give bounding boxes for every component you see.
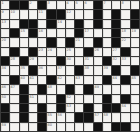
cell-r7c15[interactable]: [131, 57, 140, 66]
cell-r8c11[interactable]: [94, 66, 103, 75]
clue-number: 44: [112, 76, 117, 80]
clue-number: 46: [1, 85, 6, 89]
clue-number: 5: [75, 1, 78, 5]
cell-r7c13[interactable]: 32: [112, 57, 121, 66]
cell-r7c9[interactable]: [75, 57, 84, 66]
cell-r12c9[interactable]: [75, 104, 84, 113]
clue-number: 38: [84, 66, 89, 70]
crossword-puzzle: 1234567891011121314151617181920212223242…: [0, 0, 140, 132]
block-r13c10: [84, 113, 93, 122]
cell-r11c2[interactable]: [10, 95, 19, 104]
cell-r4c11[interactable]: [94, 29, 103, 38]
cell-r14c2[interactable]: [10, 123, 19, 132]
clue-number: 50: [1, 95, 6, 99]
cell-r13c12[interactable]: 58: [103, 113, 112, 122]
cell-r7c2[interactable]: 28: [10, 57, 19, 66]
cell-r9c7[interactable]: 42: [57, 76, 66, 85]
cell-r12c6[interactable]: [47, 104, 56, 113]
cell-r14c15[interactable]: [131, 123, 140, 132]
cell-r9c10[interactable]: [84, 76, 93, 85]
cell-r2c4[interactable]: [29, 10, 38, 19]
cell-r11c6[interactable]: [47, 95, 56, 104]
cell-r7c6[interactable]: [47, 57, 56, 66]
cell-r3c2[interactable]: [10, 20, 19, 29]
block-r5c8: [66, 38, 75, 47]
cell-r5c4[interactable]: [29, 38, 38, 47]
cell-r13c4[interactable]: [29, 113, 38, 122]
block-r14c14: [121, 123, 130, 132]
cell-r2c1[interactable]: 9: [1, 10, 10, 19]
cell-r12c15[interactable]: [131, 104, 140, 113]
block-r8c9: [75, 66, 84, 75]
block-r7c3: [20, 57, 29, 66]
cell-r11c15[interactable]: [131, 95, 140, 104]
cell-r1c10[interactable]: 6: [84, 1, 93, 10]
cell-r11c5[interactable]: [38, 95, 47, 104]
block-r14c5: [38, 123, 47, 132]
clue-number: 6: [84, 1, 87, 5]
cell-r9c9[interactable]: 43: [75, 76, 84, 85]
block-r12c12: [103, 104, 112, 113]
cell-r12c4[interactable]: [29, 104, 38, 113]
cell-r1c15[interactable]: [131, 1, 140, 10]
cell-r3c14[interactable]: [121, 20, 130, 29]
cell-r3c8[interactable]: [66, 20, 75, 29]
clue-number: 52: [66, 95, 71, 99]
cell-r1c4[interactable]: 2: [29, 1, 38, 10]
clue-number: 55: [47, 113, 52, 117]
cell-r10c7[interactable]: [57, 85, 66, 94]
cell-r4c3[interactable]: 15: [20, 29, 29, 38]
block-r11c3: [20, 95, 29, 104]
cell-r6c13[interactable]: 27: [112, 48, 121, 57]
cell-r1c14[interactable]: 8: [121, 1, 130, 10]
clue-number: 34: [1, 66, 6, 70]
block-r14c13: [112, 123, 121, 132]
cell-r10c11[interactable]: 49: [94, 85, 103, 94]
clue-number: 30: [66, 57, 71, 61]
cell-r14c12[interactable]: [103, 123, 112, 132]
cell-r10c12[interactable]: [103, 85, 112, 94]
cell-r13c15[interactable]: [131, 113, 140, 122]
clue-number: 19: [131, 29, 136, 33]
clue-number: 37: [57, 66, 62, 70]
block-r7c7: [57, 57, 66, 66]
cell-r12c2[interactable]: [10, 104, 19, 113]
block-r8c15: [131, 66, 140, 75]
block-r12c3: [20, 104, 29, 113]
clue-number: 28: [10, 57, 15, 61]
cell-r9c3[interactable]: 40: [20, 76, 29, 85]
block-r4c13: [112, 29, 121, 38]
clue-number: 23: [38, 48, 43, 52]
cell-r1c12[interactable]: 7: [103, 1, 112, 10]
block-r6c14: [121, 48, 130, 57]
cell-r8c6[interactable]: [47, 66, 56, 75]
cell-r5c9[interactable]: 21: [75, 38, 84, 47]
clue-number: 3: [47, 1, 50, 5]
cell-r7c4[interactable]: 29: [29, 57, 38, 66]
cell-r14c3[interactable]: [20, 123, 29, 132]
cell-r7c11[interactable]: [94, 57, 103, 66]
cell-r10c14[interactable]: [121, 85, 130, 94]
block-r6c10: [84, 48, 93, 57]
cell-r4c14[interactable]: 18: [121, 29, 130, 38]
cell-r9c15[interactable]: 45: [131, 76, 140, 85]
block-r3c13: [112, 20, 121, 29]
clue-number: 47: [10, 85, 15, 89]
clue-number: 60: [47, 123, 52, 127]
cell-r4c12[interactable]: [103, 29, 112, 38]
cell-r6c7[interactable]: [57, 48, 66, 57]
block-r3c4: [29, 20, 38, 29]
cell-r1c13[interactable]: [112, 1, 121, 10]
cell-r8c1[interactable]: 34: [1, 66, 10, 75]
clue-number: 26: [94, 48, 99, 52]
clue-number: 53: [66, 104, 71, 108]
cell-r7c14[interactable]: 33: [121, 57, 130, 66]
block-r11c14: [121, 95, 130, 104]
clue-number: 21: [75, 38, 80, 42]
clue-number: 43: [75, 76, 80, 80]
block-r4c2: [10, 29, 19, 38]
cell-r5c1[interactable]: 20: [1, 38, 10, 47]
block-r5c11: [94, 38, 103, 47]
cell-r2c8[interactable]: 12: [66, 10, 75, 19]
cell-r5c2[interactable]: [10, 38, 19, 47]
cell-r14c10[interactable]: [84, 123, 93, 132]
cell-r7c5[interactable]: [38, 57, 47, 66]
cell-r11c4[interactable]: 51: [29, 95, 38, 104]
cell-r6c12[interactable]: [103, 48, 112, 57]
cell-r9c11[interactable]: [94, 76, 103, 85]
cell-r4c15[interactable]: 19: [131, 29, 140, 38]
cell-r1c1[interactable]: 1: [1, 1, 10, 10]
cell-r6c5[interactable]: 23: [38, 48, 47, 57]
cell-r1c6[interactable]: 3: [47, 1, 56, 10]
block-r3c11: [94, 20, 103, 29]
cell-r4c1[interactable]: [1, 29, 10, 38]
cell-r9c5[interactable]: [38, 76, 47, 85]
clue-number: 15: [20, 29, 25, 33]
cell-r6c1[interactable]: [1, 48, 10, 57]
cell-r2c5[interactable]: 11: [38, 10, 47, 19]
block-r10c10: [84, 85, 93, 94]
block-r3c3: [20, 20, 29, 29]
cell-r14c9[interactable]: [75, 123, 84, 132]
cell-r4c7[interactable]: [57, 29, 66, 38]
cell-r11c13[interactable]: [112, 95, 121, 104]
clue-number: 4: [66, 1, 69, 5]
cell-r8c7[interactable]: 37: [57, 66, 66, 75]
cell-r11c10[interactable]: [84, 95, 93, 104]
clue-number: 32: [112, 57, 117, 61]
cell-r5c3[interactable]: [20, 38, 29, 47]
cell-r14c7[interactable]: [57, 123, 66, 132]
cell-r12c11[interactable]: [94, 104, 103, 113]
cell-r11c9[interactable]: [75, 95, 84, 104]
cell-r4c10[interactable]: 17: [84, 29, 93, 38]
cell-r11c11[interactable]: [94, 95, 103, 104]
clue-number: 14: [57, 20, 62, 24]
block-r14c11: [94, 123, 103, 132]
cell-r10c1[interactable]: 46: [1, 85, 10, 94]
block-r7c1: [1, 57, 10, 66]
block-r2c15: [131, 10, 140, 19]
block-r6c2: [10, 48, 19, 57]
clue-number: 7: [103, 1, 106, 5]
cell-r10c13[interactable]: [112, 85, 121, 94]
cell-r2c12[interactable]: [103, 10, 112, 19]
block-r4c4: [29, 29, 38, 38]
block-r13c1: [1, 113, 10, 122]
cell-r13c8[interactable]: [66, 113, 75, 122]
cell-r13c13[interactable]: [112, 113, 121, 122]
cell-r8c5[interactable]: 36: [38, 66, 47, 75]
clue-number: 45: [131, 76, 136, 80]
cell-r1c8[interactable]: 4: [66, 1, 75, 10]
cell-r10c4[interactable]: [29, 85, 38, 94]
block-r3c9: [75, 20, 84, 29]
clue-number: 41: [29, 76, 34, 80]
cell-r1c9[interactable]: 5: [75, 1, 84, 10]
clue-number: 12: [66, 10, 71, 14]
clue-number: 59: [1, 123, 6, 127]
cell-r4c5[interactable]: 16: [38, 29, 47, 38]
cell-r6c3[interactable]: [20, 48, 29, 57]
block-r6c4: [29, 48, 38, 57]
cell-r5c15[interactable]: [131, 38, 140, 47]
clue-number: 42: [57, 76, 62, 80]
block-r2c11: [94, 10, 103, 19]
cell-r9c1[interactable]: [1, 76, 10, 85]
cell-r5c12[interactable]: [103, 38, 112, 47]
clue-number: 51: [29, 95, 34, 99]
block-r9c2: [10, 76, 19, 85]
cell-r3c5[interactable]: [38, 20, 47, 29]
cell-r13c6[interactable]: 55: [47, 113, 56, 122]
block-r5c13: [112, 38, 121, 47]
cell-r6c9[interactable]: [75, 48, 84, 57]
cell-r3c12[interactable]: [103, 20, 112, 29]
clue-number: 25: [66, 48, 71, 52]
cell-r13c14[interactable]: [121, 113, 130, 122]
clue-number: 48: [47, 85, 52, 89]
block-r12c7: [57, 104, 66, 113]
block-r9c6: [47, 76, 56, 85]
cell-r14c6[interactable]: 60: [47, 123, 56, 132]
cell-r6c8[interactable]: 25: [66, 48, 75, 57]
block-r4c9: [75, 29, 84, 38]
cell-r9c8[interactable]: [66, 76, 75, 85]
block-r12c10: [84, 104, 93, 113]
block-r5c6: [47, 38, 56, 47]
block-r13c3: [20, 113, 29, 122]
clue-number: 2: [29, 1, 32, 5]
cell-r2c14[interactable]: [121, 10, 130, 19]
cell-r11c1[interactable]: 50: [1, 95, 10, 104]
cell-r8c2[interactable]: [10, 66, 19, 75]
cell-r4c6[interactable]: [47, 29, 56, 38]
block-r8c13: [112, 66, 121, 75]
block-r1c5: [38, 1, 47, 10]
clue-number: 54: [121, 104, 126, 108]
clue-number: 24: [47, 48, 52, 52]
clue-number: 1: [1, 1, 4, 5]
cell-r9c4[interactable]: 41: [29, 76, 38, 85]
clue-number: 13: [1, 20, 6, 24]
block-r1c3: [20, 1, 29, 10]
cell-r12c14[interactable]: 54: [121, 104, 130, 113]
block-r12c1: [1, 104, 10, 113]
cell-r8c14[interactable]: [121, 66, 130, 75]
block-r7c12: [103, 57, 112, 66]
block-r13c5: [38, 113, 47, 122]
cell-r2c9[interactable]: [75, 10, 84, 19]
cell-r8c3[interactable]: 35: [20, 66, 29, 75]
cell-r3c7[interactable]: 14: [57, 20, 66, 29]
block-r2c13: [112, 10, 121, 19]
cell-r10c6[interactable]: 48: [47, 85, 56, 94]
cell-r14c8[interactable]: [66, 123, 75, 132]
cell-r8c10[interactable]: 38: [84, 66, 93, 75]
clue-number: 33: [121, 57, 126, 61]
cell-r3c10[interactable]: [84, 20, 93, 29]
crossword-grid: 1234567891011121314151617181920212223242…: [0, 0, 140, 132]
clue-number: 22: [121, 38, 126, 42]
block-r12c13: [112, 104, 121, 113]
cell-r14c4[interactable]: [29, 123, 38, 132]
cell-r9c13[interactable]: 44: [112, 76, 121, 85]
block-r10c3: [20, 85, 29, 94]
cell-r10c15[interactable]: [131, 85, 140, 94]
block-r2c6: [47, 10, 56, 19]
cell-r8c12[interactable]: 39: [103, 66, 112, 75]
clue-number: 35: [20, 66, 25, 70]
cell-r13c11[interactable]: 57: [94, 113, 103, 122]
clue-number: 49: [94, 85, 99, 89]
cell-r14c1[interactable]: 59: [1, 123, 10, 132]
block-r3c15: [131, 20, 140, 29]
cell-r4c8[interactable]: [66, 29, 75, 38]
cell-r5c7[interactable]: [57, 38, 66, 47]
clue-number: 18: [121, 29, 126, 33]
cell-r2c3[interactable]: [20, 10, 29, 19]
block-r2c7: [57, 10, 66, 19]
block-r1c11: [94, 1, 103, 10]
cell-r12c8[interactable]: 53: [66, 104, 75, 113]
cell-r10c9[interactable]: [75, 85, 84, 94]
cell-r6c6[interactable]: 24: [47, 48, 56, 57]
clue-number: 39: [103, 66, 108, 70]
cell-r6c15[interactable]: [131, 48, 140, 57]
cell-r8c8[interactable]: [66, 66, 75, 75]
cell-r11c8[interactable]: 52: [66, 95, 75, 104]
clue-number: 20: [1, 38, 6, 42]
block-r3c6: [47, 20, 56, 29]
clue-number: 8: [121, 1, 124, 5]
clue-number: 36: [38, 66, 43, 70]
cell-r7c8[interactable]: 30: [66, 57, 75, 66]
cell-r5c5[interactable]: [38, 38, 47, 47]
cell-r13c7[interactable]: 56: [57, 113, 66, 122]
block-r9c12: [103, 76, 112, 85]
block-r9c14: [121, 76, 130, 85]
clue-number: 57: [94, 113, 99, 117]
block-r13c9: [75, 113, 84, 122]
block-r1c2: [10, 1, 19, 10]
block-r12c5: [38, 104, 47, 113]
block-r10c8: [66, 85, 75, 94]
clue-number: 27: [112, 48, 117, 52]
cell-r3c1[interactable]: 13: [1, 20, 10, 29]
block-r11c12: [103, 95, 112, 104]
cell-r13c2[interactable]: [10, 113, 19, 122]
cell-r5c14[interactable]: 22: [121, 38, 130, 47]
clue-number: 58: [103, 113, 108, 117]
cell-r5c10[interactable]: [84, 38, 93, 47]
clue-number: 40: [20, 76, 25, 80]
cell-r6c11[interactable]: 26: [94, 48, 103, 57]
clue-number: 11: [38, 10, 43, 14]
clue-number: 9: [1, 10, 4, 14]
clue-number: 31: [84, 57, 89, 61]
block-r10c5: [38, 85, 47, 94]
block-r11c7: [57, 95, 66, 104]
block-r8c4: [29, 66, 38, 75]
cell-r2c2[interactable]: 10: [10, 10, 19, 19]
clue-number: 10: [10, 10, 15, 14]
cell-r10c2[interactable]: 47: [10, 85, 19, 94]
clue-number: 16: [38, 29, 43, 33]
cell-r1c7[interactable]: [57, 1, 66, 10]
clue-number: 17: [84, 29, 89, 33]
clue-number: 56: [57, 113, 62, 117]
cell-r2c10[interactable]: [84, 10, 93, 19]
clue-number: 29: [29, 57, 34, 61]
cell-r7c10[interactable]: 31: [84, 57, 93, 66]
